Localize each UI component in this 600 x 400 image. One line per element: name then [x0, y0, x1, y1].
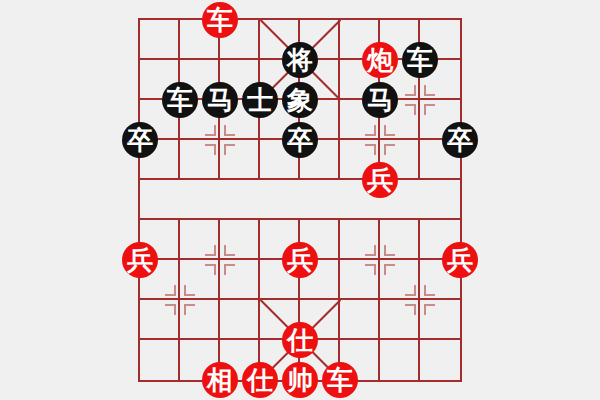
- piece-red-advisor[interactable]: 仕: [242, 362, 278, 398]
- piece-red-general[interactable]: 帅: [282, 362, 318, 398]
- marker-bracket-tl: [205, 245, 216, 256]
- point-marker: [205, 125, 235, 155]
- piece-black-soldier[interactable]: 卒: [282, 122, 318, 158]
- point-marker: [165, 285, 195, 315]
- marker-bracket-tl: [205, 125, 216, 136]
- marker-bracket-bl: [165, 304, 176, 315]
- piece-red-elephant[interactable]: 相: [202, 362, 238, 398]
- point-marker: [365, 125, 395, 155]
- marker-bracket-bl: [205, 144, 216, 155]
- marker-bracket-br: [184, 304, 195, 315]
- marker-bracket-tl: [365, 245, 376, 256]
- marker-bracket-br: [384, 264, 395, 275]
- piece-black-advisor[interactable]: 士: [242, 82, 278, 118]
- marker-bracket-tr: [184, 285, 195, 296]
- piece-black-soldier[interactable]: 卒: [122, 122, 158, 158]
- marker-bracket-tl: [405, 285, 416, 296]
- marker-bracket-bl: [365, 264, 376, 275]
- xiangqi-app-background: 车将炮车车马士象马卒卒卒兵兵兵兵仕相仕帅车: [0, 0, 600, 400]
- marker-bracket-bl: [365, 144, 376, 155]
- piece-black-chariot[interactable]: 车: [162, 82, 198, 118]
- marker-bracket-br: [224, 264, 235, 275]
- marker-bracket-tr: [424, 285, 435, 296]
- marker-bracket-br: [384, 144, 395, 155]
- point-marker: [405, 85, 435, 115]
- piece-red-chariot[interactable]: 车: [202, 2, 238, 38]
- marker-bracket-tl: [405, 85, 416, 96]
- marker-bracket-tr: [224, 245, 235, 256]
- marker-bracket-bl: [405, 304, 416, 315]
- xiangqi-board[interactable]: 车将炮车车马士象马卒卒卒兵兵兵兵仕相仕帅车: [140, 20, 460, 380]
- piece-black-soldier[interactable]: 卒: [442, 122, 478, 158]
- piece-red-advisor[interactable]: 仕: [282, 322, 318, 358]
- marker-bracket-bl: [405, 104, 416, 115]
- point-marker: [405, 285, 435, 315]
- piece-red-soldier[interactable]: 兵: [442, 242, 478, 278]
- piece-red-soldier[interactable]: 兵: [362, 162, 398, 198]
- piece-red-soldier[interactable]: 兵: [282, 242, 318, 278]
- marker-bracket-tr: [424, 85, 435, 96]
- piece-black-horse[interactable]: 马: [202, 82, 238, 118]
- marker-bracket-tl: [165, 285, 176, 296]
- marker-bracket-tl: [365, 125, 376, 136]
- piece-red-chariot[interactable]: 车: [322, 362, 358, 398]
- marker-bracket-tr: [384, 245, 395, 256]
- point-marker: [205, 245, 235, 275]
- piece-red-cannon[interactable]: 炮: [362, 42, 398, 78]
- marker-bracket-br: [424, 304, 435, 315]
- piece-black-general[interactable]: 将: [282, 42, 318, 78]
- point-marker: [365, 245, 395, 275]
- piece-red-soldier[interactable]: 兵: [122, 242, 158, 278]
- marker-bracket-br: [224, 144, 235, 155]
- marker-bracket-tr: [224, 125, 235, 136]
- marker-bracket-tr: [384, 125, 395, 136]
- marker-bracket-bl: [205, 264, 216, 275]
- piece-black-horse[interactable]: 马: [362, 82, 398, 118]
- piece-black-elephant[interactable]: 象: [282, 82, 318, 118]
- marker-bracket-br: [424, 104, 435, 115]
- piece-black-chariot[interactable]: 车: [402, 42, 438, 78]
